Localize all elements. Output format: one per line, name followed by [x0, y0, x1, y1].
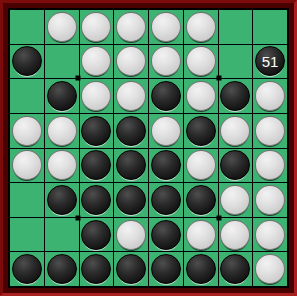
black-disc-b8	[47, 254, 77, 284]
black-disc-c7	[81, 220, 111, 250]
cell-b2[interactable]	[45, 45, 79, 79]
star-point-top-left	[76, 76, 81, 81]
cell-d6[interactable]	[114, 183, 148, 217]
white-disc-d3	[116, 81, 146, 111]
cell-d3[interactable]	[114, 79, 148, 113]
white-disc-f3	[186, 81, 216, 111]
cell-f3[interactable]	[184, 79, 218, 113]
black-disc-g5	[220, 150, 250, 180]
cell-d7[interactable]	[114, 218, 148, 252]
black-disc-d6	[116, 185, 146, 215]
white-disc-b1	[47, 12, 77, 42]
cell-f1[interactable]	[184, 10, 218, 44]
cell-e6[interactable]	[149, 183, 183, 217]
white-disc-e4	[151, 116, 181, 146]
cell-g3[interactable]	[219, 79, 253, 113]
cell-g1[interactable]	[219, 10, 253, 44]
cell-b5[interactable]	[45, 149, 79, 183]
black-disc-e7	[151, 220, 181, 250]
cell-f5[interactable]	[184, 149, 218, 183]
white-disc-b4	[47, 116, 77, 146]
cell-e4[interactable]	[149, 114, 183, 148]
black-disc-d4	[116, 116, 146, 146]
star-point-top-right	[216, 76, 221, 81]
cell-a3[interactable]	[10, 79, 44, 113]
white-disc-a5	[12, 150, 42, 180]
cell-h5[interactable]	[253, 149, 287, 183]
cell-g8[interactable]	[219, 252, 253, 286]
cell-d2[interactable]	[114, 45, 148, 79]
cell-d4[interactable]	[114, 114, 148, 148]
cell-e1[interactable]	[149, 10, 183, 44]
white-disc-a4	[12, 116, 42, 146]
cell-f2[interactable]	[184, 45, 218, 79]
othello-app: 51	[0, 0, 297, 296]
cell-b3[interactable]	[45, 79, 79, 113]
black-disc-f4	[186, 116, 216, 146]
cell-a6[interactable]	[10, 183, 44, 217]
black-disc-h2: 51	[255, 46, 285, 76]
cell-f4[interactable]	[184, 114, 218, 148]
cell-b1[interactable]	[45, 10, 79, 44]
white-disc-e1	[151, 12, 181, 42]
black-disc-c4	[81, 116, 111, 146]
black-disc-e8	[151, 254, 181, 284]
black-disc-a2	[12, 46, 42, 76]
white-disc-h3	[255, 81, 285, 111]
cell-e3[interactable]	[149, 79, 183, 113]
black-disc-d5	[116, 150, 146, 180]
cell-c7[interactable]	[80, 218, 114, 252]
cell-a4[interactable]	[10, 114, 44, 148]
white-disc-f1	[186, 12, 216, 42]
cell-a5[interactable]	[10, 149, 44, 183]
cell-c5[interactable]	[80, 149, 114, 183]
cell-h7[interactable]	[253, 218, 287, 252]
cell-d5[interactable]	[114, 149, 148, 183]
cell-b4[interactable]	[45, 114, 79, 148]
cell-e2[interactable]	[149, 45, 183, 79]
cell-c1[interactable]	[80, 10, 114, 44]
cell-c3[interactable]	[80, 79, 114, 113]
white-disc-g6	[220, 185, 250, 215]
cell-h4[interactable]	[253, 114, 287, 148]
star-point-bottom-left	[76, 216, 81, 221]
black-disc-e5	[151, 150, 181, 180]
cell-b8[interactable]	[45, 252, 79, 286]
white-disc-f5	[186, 150, 216, 180]
cell-h3[interactable]	[253, 79, 287, 113]
white-disc-d7	[116, 220, 146, 250]
cell-c6[interactable]	[80, 183, 114, 217]
white-disc-g7	[220, 220, 250, 250]
star-point-bottom-right	[216, 216, 221, 221]
board-frame-outer: 51	[0, 0, 297, 296]
cell-e5[interactable]	[149, 149, 183, 183]
cell-g2[interactable]	[219, 45, 253, 79]
cell-d1[interactable]	[114, 10, 148, 44]
black-disc-b6	[47, 185, 77, 215]
cell-c4[interactable]	[80, 114, 114, 148]
black-disc-f6	[186, 185, 216, 215]
cell-d8[interactable]	[114, 252, 148, 286]
white-disc-h7	[255, 220, 285, 250]
black-disc-e3	[151, 81, 181, 111]
cell-b6[interactable]	[45, 183, 79, 217]
black-disc-c6	[81, 185, 111, 215]
cell-a2[interactable]	[10, 45, 44, 79]
black-disc-g3	[220, 81, 250, 111]
black-disc-e6	[151, 185, 181, 215]
last-move-number: 51	[262, 54, 279, 69]
white-disc-h8	[255, 254, 285, 284]
white-disc-f7	[186, 220, 216, 250]
white-disc-h6	[255, 185, 285, 215]
white-disc-c2	[81, 46, 111, 76]
black-disc-f8	[186, 254, 216, 284]
cell-a7[interactable]	[10, 218, 44, 252]
black-disc-b3	[47, 81, 77, 111]
board-grid: 51	[10, 10, 287, 286]
black-disc-a8	[12, 254, 42, 284]
cell-h8[interactable]	[253, 252, 287, 286]
cell-b7[interactable]	[45, 218, 79, 252]
cell-c8[interactable]	[80, 252, 114, 286]
cell-e8[interactable]	[149, 252, 183, 286]
black-disc-c8	[81, 254, 111, 284]
cell-g6[interactable]	[219, 183, 253, 217]
white-disc-f2	[186, 46, 216, 76]
white-disc-c3	[81, 81, 111, 111]
board-frame-inner: 51	[3, 3, 294, 293]
cell-c2[interactable]	[80, 45, 114, 79]
cell-a8[interactable]	[10, 252, 44, 286]
cell-g4[interactable]	[219, 114, 253, 148]
white-disc-b5	[47, 150, 77, 180]
cell-h2[interactable]: 51	[253, 45, 287, 79]
cell-h1[interactable]	[253, 10, 287, 44]
cell-e7[interactable]	[149, 218, 183, 252]
white-disc-d1	[116, 12, 146, 42]
black-disc-c5	[81, 150, 111, 180]
white-disc-h4	[255, 116, 285, 146]
white-disc-d2	[116, 46, 146, 76]
cell-g5[interactable]	[219, 149, 253, 183]
cell-f8[interactable]	[184, 252, 218, 286]
black-disc-g8	[220, 254, 250, 284]
cell-f6[interactable]	[184, 183, 218, 217]
black-disc-d8	[116, 254, 146, 284]
board-outline: 51	[8, 8, 289, 288]
cell-a1[interactable]	[10, 10, 44, 44]
cell-h6[interactable]	[253, 183, 287, 217]
white-disc-h5	[255, 150, 285, 180]
cell-f7[interactable]	[184, 218, 218, 252]
cell-g7[interactable]	[219, 218, 253, 252]
white-disc-g4	[220, 116, 250, 146]
white-disc-e2	[151, 46, 181, 76]
white-disc-c1	[81, 12, 111, 42]
